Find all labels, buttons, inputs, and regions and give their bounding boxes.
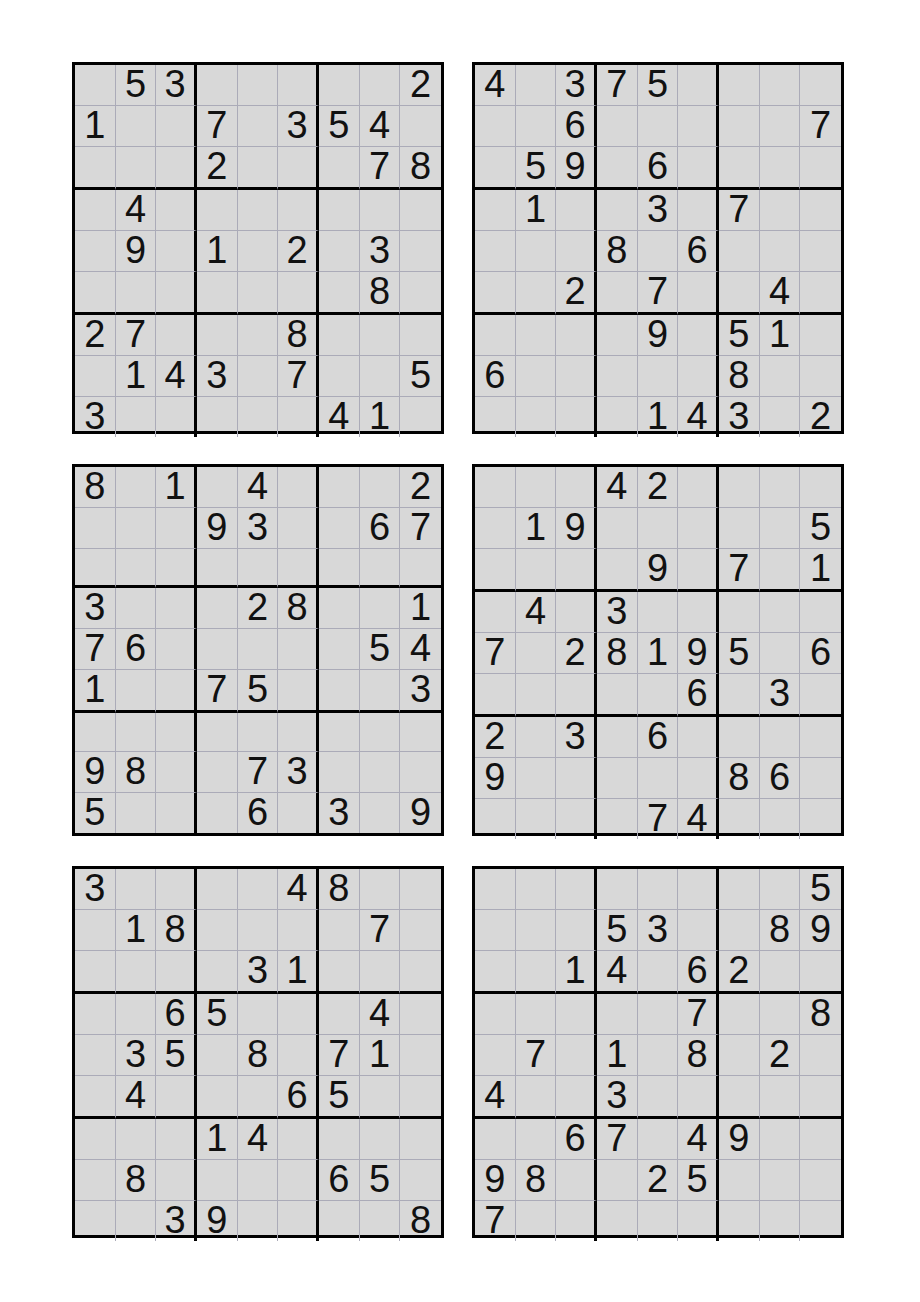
- cell-r8c2: 8: [116, 1160, 157, 1201]
- cell-r8c7: [719, 1160, 760, 1201]
- cell-r6c2: [516, 1076, 557, 1119]
- cell-r8c3: [156, 1160, 197, 1201]
- cell-r2c7: [319, 508, 360, 549]
- cell-r7c6: [278, 1119, 319, 1160]
- cell-r5c5: [238, 231, 279, 272]
- cell-r2c9: 7: [400, 508, 441, 549]
- sudoku-board-4: 421959714372819566323698674: [472, 464, 844, 836]
- cell-r4c6: [678, 592, 719, 633]
- cell-r5c9: 4: [400, 629, 441, 670]
- cell-r4c9: [800, 190, 841, 231]
- cell-r8c3: [556, 1160, 597, 1201]
- cell-r3c6: [678, 147, 719, 190]
- cell-r4c8: [760, 190, 801, 231]
- cell-r7c7: [719, 717, 760, 758]
- cell-r7c1: [475, 315, 516, 356]
- cell-r9c4: [597, 799, 638, 839]
- cell-r1c5: [238, 869, 279, 910]
- cell-r6c2: [516, 674, 557, 717]
- cell-r4c6: [278, 994, 319, 1035]
- cell-r9c5: 6: [238, 793, 279, 833]
- cell-r1c6: [678, 467, 719, 508]
- cell-r7c5: 6: [638, 717, 679, 758]
- cell-r4c1: [75, 994, 116, 1035]
- cell-r1c6: 4: [278, 869, 319, 910]
- cell-r6c9: [800, 272, 841, 315]
- cell-r7c9: [800, 1119, 841, 1160]
- cell-r6c3: [156, 272, 197, 315]
- cell-r8c4: [597, 1160, 638, 1201]
- cell-r5c4: [197, 1035, 238, 1076]
- cell-r8c5: [638, 356, 679, 397]
- cell-r2c8: 8: [760, 910, 801, 951]
- cell-r6c4: [597, 674, 638, 717]
- cell-r6c3: [556, 674, 597, 717]
- cell-r3c8: [760, 147, 801, 190]
- cell-r9c3: [556, 1201, 597, 1241]
- cell-r2c5: [238, 910, 279, 951]
- cell-r3c9: [400, 549, 441, 588]
- cell-r6c4: [597, 272, 638, 315]
- cell-r1c5: 5: [638, 65, 679, 106]
- cell-r1c9: 5: [800, 869, 841, 910]
- cell-r9c9: [800, 799, 841, 839]
- cell-r4c4: 5: [197, 994, 238, 1035]
- cell-r1c2: [516, 467, 557, 508]
- cell-r9c5: [238, 397, 279, 437]
- cell-r7c1: [75, 1119, 116, 1160]
- cell-r1c7: 8: [319, 869, 360, 910]
- cell-r3c1: [475, 951, 516, 994]
- cell-r1c9: [400, 869, 441, 910]
- cell-r3c7: [319, 951, 360, 994]
- cell-r8c6: 5: [678, 1160, 719, 1201]
- cell-r5c2: 9: [116, 231, 157, 272]
- cell-r2c9: 9: [800, 910, 841, 951]
- cell-r6c7: [719, 674, 760, 717]
- cell-r8c9: [400, 752, 441, 793]
- cell-r4c7: 7: [719, 190, 760, 231]
- cell-r9c3: 3: [156, 1201, 197, 1241]
- cell-r4c1: 3: [75, 588, 116, 629]
- cell-r8c8: [360, 356, 401, 397]
- cell-r8c9: [800, 356, 841, 397]
- cell-r9c7: 3: [719, 397, 760, 437]
- cell-r3c1: [75, 951, 116, 994]
- cell-r7c1: 2: [475, 717, 516, 758]
- cell-r2c6: [278, 508, 319, 549]
- cell-r3c2: [116, 549, 157, 588]
- cell-r4c8: 4: [360, 994, 401, 1035]
- cell-r6c6: [278, 272, 319, 315]
- cell-r7c1: [475, 1119, 516, 1160]
- cell-r8c5: 7: [238, 752, 279, 793]
- cell-r1c5: [638, 869, 679, 910]
- cell-r7c9: [400, 315, 441, 356]
- cell-r1c6: [278, 467, 319, 508]
- cell-r3c5: 6: [638, 147, 679, 190]
- cell-r5c1: [475, 231, 516, 272]
- cell-r7c4: [197, 713, 238, 752]
- cell-r6c6: 6: [678, 674, 719, 717]
- cell-r7c4: [197, 315, 238, 356]
- cell-r7c2: [116, 713, 157, 752]
- cell-r1c7: [319, 467, 360, 508]
- cell-r7c6: [678, 315, 719, 356]
- cell-r6c8: 4: [760, 272, 801, 315]
- cell-r9c3: [556, 397, 597, 437]
- cell-r6c2: [116, 670, 157, 713]
- cell-r7c2: [516, 315, 557, 356]
- cell-r5c4: 8: [597, 231, 638, 272]
- cell-r5c6: 8: [678, 1035, 719, 1076]
- cell-r2c7: [319, 910, 360, 951]
- cell-r6c5: [638, 674, 679, 717]
- cell-r3c8: 7: [360, 147, 401, 190]
- cell-r3c9: [800, 951, 841, 994]
- cell-r9c7: [319, 1201, 360, 1241]
- cell-r2c1: [475, 910, 516, 951]
- cell-r3c2: [516, 549, 557, 592]
- cell-r2c5: [638, 106, 679, 147]
- cell-r9c6: [278, 397, 319, 437]
- cell-r1c9: [800, 467, 841, 508]
- cell-r6c9: [800, 674, 841, 717]
- cell-r4c9: [400, 190, 441, 231]
- cell-r3c5: [238, 147, 279, 190]
- cell-r8c2: 8: [116, 752, 157, 793]
- cell-r4c3: [156, 190, 197, 231]
- cell-r8c3: [556, 758, 597, 799]
- cell-r8c9: [800, 1160, 841, 1201]
- cell-r1c6: [678, 65, 719, 106]
- cell-r3c4: 2: [197, 147, 238, 190]
- cell-r8c6: 7: [278, 356, 319, 397]
- cell-r1c8: [760, 65, 801, 106]
- cell-r8c1: 6: [475, 356, 516, 397]
- cell-r1c7: [719, 65, 760, 106]
- cell-r5c1: [75, 231, 116, 272]
- cell-r7c3: 3: [556, 717, 597, 758]
- cell-r8c4: 3: [197, 356, 238, 397]
- cell-r5c6: 2: [278, 231, 319, 272]
- cell-r5c8: 2: [760, 1035, 801, 1076]
- sudoku-board-1: 5321735427849123827814375341: [72, 62, 444, 434]
- cell-r5c3: [556, 231, 597, 272]
- cell-r4c2: 4: [516, 592, 557, 633]
- cell-r7c4: [597, 315, 638, 356]
- cell-r1c1: [75, 65, 116, 106]
- cell-r7c3: [556, 315, 597, 356]
- cell-r9c4: [197, 793, 238, 833]
- cell-r3c9: [400, 951, 441, 994]
- cell-r4c5: [638, 994, 679, 1035]
- cell-r4c5: 2: [238, 588, 279, 629]
- cell-r7c7: 9: [719, 1119, 760, 1160]
- cell-r6c7: [319, 272, 360, 315]
- cell-r3c6: 6: [678, 951, 719, 994]
- cell-r7c2: [516, 717, 557, 758]
- cell-r7c6: 8: [278, 315, 319, 356]
- cell-r9c7: 4: [319, 397, 360, 437]
- cell-r2c1: [75, 910, 116, 951]
- cell-r3c7: [319, 549, 360, 588]
- cell-r9c8: [760, 799, 801, 839]
- cell-r4c8: [760, 592, 801, 633]
- cell-r6c1: [75, 272, 116, 315]
- cell-r5c7: [319, 629, 360, 670]
- cell-r9c5: 7: [638, 799, 679, 839]
- cell-r2c9: 7: [800, 106, 841, 147]
- cell-r2c6: [678, 508, 719, 549]
- cell-r4c7: [719, 994, 760, 1035]
- cell-r9c9: 9: [400, 793, 441, 833]
- cell-r8c8: [360, 752, 401, 793]
- cell-r3c6: [278, 147, 319, 190]
- cell-r5c3: 5: [156, 1035, 197, 1076]
- cell-r6c1: [475, 272, 516, 315]
- cell-r9c4: [597, 397, 638, 437]
- cell-r8c7: 8: [719, 356, 760, 397]
- cell-r2c6: [678, 106, 719, 147]
- cell-r3c3: [156, 147, 197, 190]
- cell-r6c5: 5: [238, 670, 279, 713]
- cell-r1c3: 3: [556, 65, 597, 106]
- cell-r6c5: [238, 272, 279, 315]
- cell-r3c3: 1: [556, 951, 597, 994]
- cell-r4c2: 4: [116, 190, 157, 231]
- cell-r1c8: [360, 467, 401, 508]
- cell-r6c4: 7: [197, 670, 238, 713]
- cell-r9c1: [475, 799, 516, 839]
- cell-r8c6: [278, 1160, 319, 1201]
- cell-r7c3: [156, 713, 197, 752]
- cell-r4c4: [597, 994, 638, 1035]
- cell-r1c3: 1: [156, 467, 197, 508]
- cell-r5c4: 8: [597, 633, 638, 674]
- cell-r8c5: [238, 356, 279, 397]
- cell-r1c4: [197, 65, 238, 106]
- cell-r2c5: 3: [638, 910, 679, 951]
- cell-r3c3: [156, 951, 197, 994]
- cell-r8c6: [678, 758, 719, 799]
- cell-r1c3: [156, 869, 197, 910]
- cell-r1c9: 2: [400, 467, 441, 508]
- cell-r2c3: 9: [556, 508, 597, 549]
- cell-r8c2: 1: [116, 356, 157, 397]
- cell-r2c6: [678, 910, 719, 951]
- cell-r5c1: [75, 1035, 116, 1076]
- sudoku-board-3: 8142936732817654175398735639: [72, 464, 444, 836]
- cell-r6c6: 6: [278, 1076, 319, 1119]
- cell-r1c1: 4: [475, 65, 516, 106]
- cell-r5c2: 3: [116, 1035, 157, 1076]
- cell-r7c2: [116, 1119, 157, 1160]
- cell-r1c3: [556, 467, 597, 508]
- cell-r8c9: [400, 1160, 441, 1201]
- cell-r1c1: [475, 869, 516, 910]
- cell-r9c3: [156, 793, 197, 833]
- cell-r2c2: 1: [516, 508, 557, 549]
- cell-r4c4: 3: [597, 592, 638, 633]
- cell-r4c7: [319, 190, 360, 231]
- cell-r5c8: 1: [360, 1035, 401, 1076]
- cell-r6c9: [400, 272, 441, 315]
- cell-r7c8: [360, 315, 401, 356]
- cell-r1c1: 3: [75, 869, 116, 910]
- cell-r3c9: [800, 147, 841, 190]
- cell-r9c8: [360, 793, 401, 833]
- cell-r7c5: 4: [238, 1119, 279, 1160]
- cell-r1c1: [475, 467, 516, 508]
- cell-r4c7: [719, 592, 760, 633]
- cell-r4c9: [400, 994, 441, 1035]
- cell-r9c6: 4: [678, 397, 719, 437]
- cell-r2c2: 1: [116, 910, 157, 951]
- cell-r1c3: [556, 869, 597, 910]
- cell-r3c1: [75, 549, 116, 588]
- cell-r8c2: 8: [516, 1160, 557, 1201]
- cell-r5c3: [156, 231, 197, 272]
- cell-r7c8: [760, 1119, 801, 1160]
- cell-r5c3: [156, 629, 197, 670]
- cell-r4c1: [475, 994, 516, 1035]
- cell-r1c9: [800, 65, 841, 106]
- cell-r8c9: [800, 758, 841, 799]
- cell-r8c4: [597, 356, 638, 397]
- cell-r9c5: [638, 1201, 679, 1241]
- cell-r9c3: [556, 799, 597, 839]
- cell-r7c2: 7: [116, 315, 157, 356]
- cell-r4c6: [278, 190, 319, 231]
- cell-r8c3: 4: [156, 356, 197, 397]
- cell-r6c7: [319, 670, 360, 713]
- cell-r2c1: [475, 106, 516, 147]
- cell-r9c8: 1: [360, 397, 401, 437]
- cell-r9c1: 7: [475, 1201, 516, 1241]
- cell-r3c8: [360, 951, 401, 994]
- cell-r6c6: [278, 670, 319, 713]
- cell-r2c1: [475, 508, 516, 549]
- cell-r5c5: [238, 629, 279, 670]
- sudoku-board-6: 55389146278718243674998257: [472, 866, 844, 1238]
- cell-r7c5: [238, 315, 279, 356]
- cell-r7c9: [800, 315, 841, 356]
- cell-r5c6: 9: [678, 633, 719, 674]
- cell-r6c2: [516, 272, 557, 315]
- cell-r9c7: 3: [319, 793, 360, 833]
- cell-r5c7: 7: [319, 1035, 360, 1076]
- cell-r7c3: [156, 315, 197, 356]
- cell-r8c2: [516, 758, 557, 799]
- cell-r7c8: [360, 1119, 401, 1160]
- cell-r4c8: [360, 190, 401, 231]
- cell-r3c1: [75, 147, 116, 190]
- cell-r2c8: [760, 106, 801, 147]
- cell-r2c4: [197, 910, 238, 951]
- cell-r3c2: 5: [516, 147, 557, 190]
- cell-r8c5: [638, 758, 679, 799]
- cell-r9c2: [116, 793, 157, 833]
- cell-r5c4: 1: [597, 1035, 638, 1076]
- cell-r6c7: 5: [319, 1076, 360, 1119]
- cell-r9c4: 9: [197, 1201, 238, 1241]
- cell-r9c1: [475, 397, 516, 437]
- cell-r7c2: [516, 1119, 557, 1160]
- cell-r2c6: 3: [278, 106, 319, 147]
- cell-r7c6: 4: [678, 1119, 719, 1160]
- cell-r2c9: 5: [800, 508, 841, 549]
- cell-r3c2: [116, 951, 157, 994]
- cell-r6c6: [678, 272, 719, 315]
- cell-r3c2: [516, 951, 557, 994]
- cell-r8c9: 5: [400, 356, 441, 397]
- cell-r2c6: [278, 910, 319, 951]
- cell-r3c6: [278, 549, 319, 588]
- cell-r9c2: [116, 1201, 157, 1241]
- cell-r6c9: 3: [400, 670, 441, 713]
- cell-r9c9: 2: [800, 397, 841, 437]
- cell-r6c8: [360, 1076, 401, 1119]
- cell-r6c9: [800, 1076, 841, 1119]
- cell-r6c8: 8: [360, 272, 401, 315]
- cell-r1c5: [238, 65, 279, 106]
- cell-r3c4: [197, 549, 238, 588]
- cell-r5c2: 7: [516, 1035, 557, 1076]
- cell-r6c3: [156, 1076, 197, 1119]
- cell-r6c6: [678, 1076, 719, 1119]
- cell-r5c8: 5: [360, 629, 401, 670]
- cell-r2c9: [400, 910, 441, 951]
- cell-r6c8: 3: [760, 674, 801, 717]
- cell-r4c4: [197, 588, 238, 629]
- cell-r3c1: [475, 549, 516, 592]
- cell-r1c8: [760, 869, 801, 910]
- cell-r6c8: [760, 1076, 801, 1119]
- cell-r3c7: [319, 147, 360, 190]
- cell-r4c5: [238, 994, 279, 1035]
- cell-r6c2: 4: [116, 1076, 157, 1119]
- cell-r1c4: [197, 869, 238, 910]
- cell-r4c1: [475, 190, 516, 231]
- cell-r9c4: [197, 397, 238, 437]
- cell-r3c7: 2: [719, 951, 760, 994]
- cell-r3c8: [360, 549, 401, 588]
- cell-r4c2: [116, 994, 157, 1035]
- cell-r8c8: 5: [360, 1160, 401, 1201]
- cell-r2c7: [719, 106, 760, 147]
- cell-r6c5: [238, 1076, 279, 1119]
- cell-r7c7: [319, 713, 360, 752]
- cell-r6c4: [197, 1076, 238, 1119]
- cell-r3c3: 9: [556, 147, 597, 190]
- cell-r7c3: 6: [556, 1119, 597, 1160]
- cell-r5c3: 2: [556, 633, 597, 674]
- cell-r8c6: [678, 356, 719, 397]
- cell-r1c2: [116, 467, 157, 508]
- cell-r4c3: 6: [156, 994, 197, 1035]
- cell-r5c5: 8: [238, 1035, 279, 1076]
- cell-r5c3: [556, 1035, 597, 1076]
- cell-r7c6: [678, 717, 719, 758]
- cell-r9c2: [116, 397, 157, 437]
- cell-r3c5: [638, 951, 679, 994]
- cell-r9c8: [760, 397, 801, 437]
- cell-r1c1: 8: [75, 467, 116, 508]
- sudoku-sheet: 5321735427849123827814375341 43756759613…: [72, 62, 844, 1238]
- cell-r4c6: [678, 190, 719, 231]
- cell-r9c6: [278, 1201, 319, 1241]
